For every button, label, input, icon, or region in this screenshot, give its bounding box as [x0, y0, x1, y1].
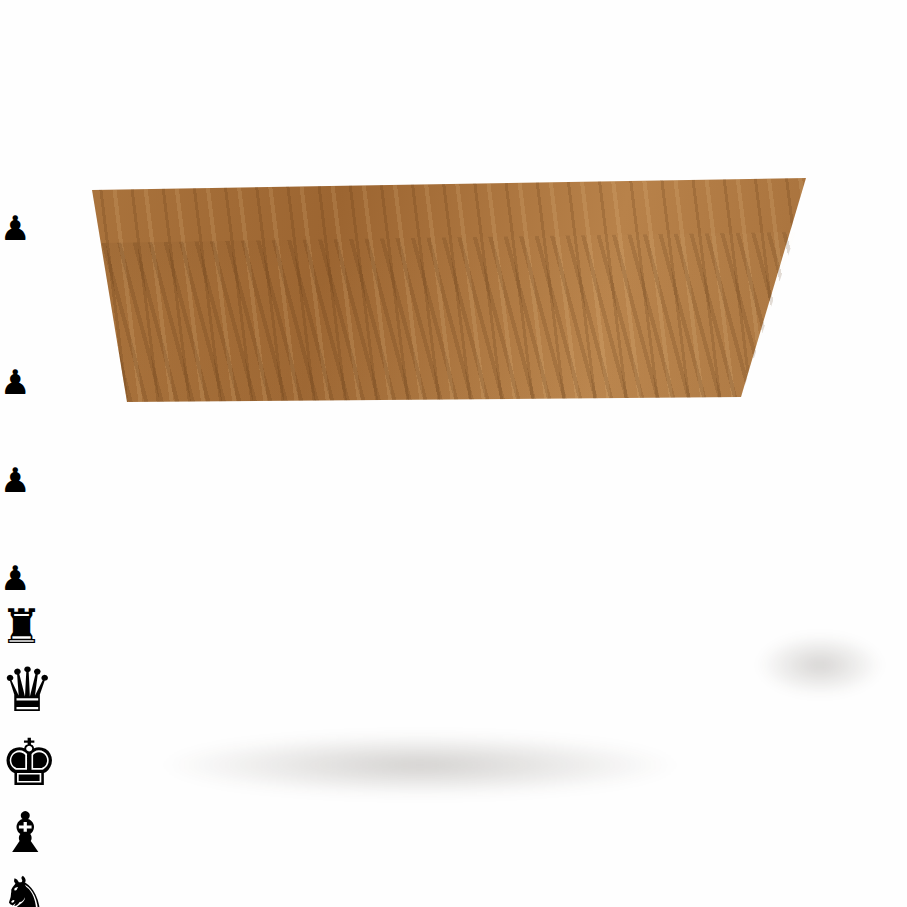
board-front-edge: [0, 0, 907, 907]
product-photo-stage: ♟♟♟♟ ♜♛♚♝♞♜♝♟♟♞♟♟♟♟♟♟♛♞♟♟♟♟♜♞♝♚♝: [0, 0, 907, 907]
